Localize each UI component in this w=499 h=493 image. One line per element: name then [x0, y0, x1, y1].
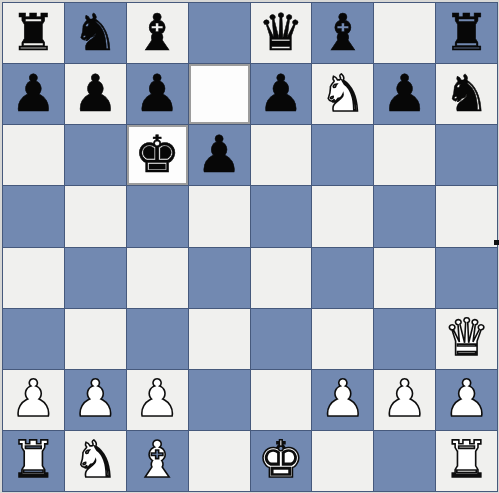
- piece-black-pawn[interactable]: ♟: [11, 68, 57, 119]
- square-f3[interactable]: [312, 309, 373, 369]
- piece-white-knight[interactable]: ♞: [320, 68, 366, 119]
- square-b1[interactable]: ♞: [65, 431, 126, 491]
- square-h8[interactable]: ♜: [436, 3, 497, 63]
- piece-white-pawn[interactable]: ♟: [444, 373, 490, 424]
- square-c2[interactable]: ♟: [127, 370, 188, 430]
- square-e6[interactable]: [251, 125, 312, 185]
- square-f5[interactable]: [312, 186, 373, 246]
- square-h4[interactable]: [436, 248, 497, 308]
- cursor-dot: [494, 240, 499, 245]
- piece-white-queen[interactable]: ♛: [444, 312, 490, 363]
- piece-black-pawn[interactable]: ♟: [134, 68, 180, 119]
- piece-black-bishop[interactable]: ♝: [134, 7, 180, 58]
- square-b3[interactable]: [65, 309, 126, 369]
- square-e3[interactable]: [251, 309, 312, 369]
- piece-white-pawn[interactable]: ♟: [72, 373, 118, 424]
- square-e4[interactable]: [251, 248, 312, 308]
- piece-black-rook[interactable]: ♜: [444, 7, 490, 58]
- piece-black-pawn[interactable]: ♟: [258, 68, 304, 119]
- square-a8[interactable]: ♜: [3, 3, 64, 63]
- piece-black-knight[interactable]: ♞: [72, 7, 118, 58]
- square-d3[interactable]: [189, 309, 250, 369]
- square-c5[interactable]: [127, 186, 188, 246]
- square-d5[interactable]: [189, 186, 250, 246]
- piece-black-king[interactable]: ♚: [134, 129, 180, 180]
- piece-black-rook[interactable]: ♜: [11, 7, 57, 58]
- square-e5[interactable]: [251, 186, 312, 246]
- piece-white-pawn[interactable]: ♟: [11, 373, 57, 424]
- square-a5[interactable]: [3, 186, 64, 246]
- piece-white-pawn[interactable]: ♟: [134, 373, 180, 424]
- square-g4[interactable]: [374, 248, 435, 308]
- piece-white-pawn[interactable]: ♟: [382, 373, 428, 424]
- square-a6[interactable]: [3, 125, 64, 185]
- square-c6[interactable]: ♚: [127, 125, 188, 185]
- piece-black-bishop[interactable]: ♝: [320, 7, 366, 58]
- square-h5[interactable]: [436, 186, 497, 246]
- piece-white-pawn[interactable]: ♟: [320, 373, 366, 424]
- square-d7[interactable]: [189, 64, 250, 124]
- board-frame: ♜♞♝♛♝♜♟♟♟♟♞♟♞♚♟♛♟♟♟♟♟♟♜♞♝♚♜: [0, 0, 499, 493]
- piece-white-knight[interactable]: ♞: [72, 434, 118, 485]
- piece-white-rook[interactable]: ♜: [11, 434, 57, 485]
- square-e2[interactable]: [251, 370, 312, 430]
- square-g2[interactable]: ♟: [374, 370, 435, 430]
- square-e8[interactable]: ♛: [251, 3, 312, 63]
- square-a1[interactable]: ♜: [3, 431, 64, 491]
- square-a7[interactable]: ♟: [3, 64, 64, 124]
- square-b7[interactable]: ♟: [65, 64, 126, 124]
- square-g5[interactable]: [374, 186, 435, 246]
- piece-black-knight[interactable]: ♞: [444, 68, 490, 119]
- square-h6[interactable]: [436, 125, 497, 185]
- square-g1[interactable]: [374, 431, 435, 491]
- square-f8[interactable]: ♝: [312, 3, 373, 63]
- square-e1[interactable]: ♚: [251, 431, 312, 491]
- square-f2[interactable]: ♟: [312, 370, 373, 430]
- square-c7[interactable]: ♟: [127, 64, 188, 124]
- square-a3[interactable]: [3, 309, 64, 369]
- square-h3[interactable]: ♛: [436, 309, 497, 369]
- square-h2[interactable]: ♟: [436, 370, 497, 430]
- square-a4[interactable]: [3, 248, 64, 308]
- piece-white-king[interactable]: ♚: [258, 434, 304, 485]
- piece-white-bishop[interactable]: ♝: [134, 434, 180, 485]
- square-f4[interactable]: [312, 248, 373, 308]
- square-h1[interactable]: ♜: [436, 431, 497, 491]
- square-b2[interactable]: ♟: [65, 370, 126, 430]
- square-a2[interactable]: ♟: [3, 370, 64, 430]
- square-b4[interactable]: [65, 248, 126, 308]
- chess-board: ♜♞♝♛♝♜♟♟♟♟♞♟♞♚♟♛♟♟♟♟♟♟♜♞♝♚♜: [2, 2, 498, 492]
- square-c1[interactable]: ♝: [127, 431, 188, 491]
- square-h7[interactable]: ♞: [436, 64, 497, 124]
- piece-black-queen[interactable]: ♛: [258, 7, 304, 58]
- square-e7[interactable]: ♟: [251, 64, 312, 124]
- square-g7[interactable]: ♟: [374, 64, 435, 124]
- square-d6[interactable]: ♟: [189, 125, 250, 185]
- square-d1[interactable]: [189, 431, 250, 491]
- piece-black-pawn[interactable]: ♟: [72, 68, 118, 119]
- piece-white-rook[interactable]: ♜: [444, 434, 490, 485]
- square-f1[interactable]: [312, 431, 373, 491]
- square-d2[interactable]: [189, 370, 250, 430]
- square-d8[interactable]: [189, 3, 250, 63]
- square-f7[interactable]: ♞: [312, 64, 373, 124]
- piece-black-pawn[interactable]: ♟: [196, 129, 242, 180]
- square-c8[interactable]: ♝: [127, 3, 188, 63]
- square-g3[interactable]: [374, 309, 435, 369]
- square-g8[interactable]: [374, 3, 435, 63]
- square-c3[interactable]: [127, 309, 188, 369]
- square-c4[interactable]: [127, 248, 188, 308]
- square-g6[interactable]: [374, 125, 435, 185]
- square-b6[interactable]: [65, 125, 126, 185]
- square-f6[interactable]: [312, 125, 373, 185]
- square-d4[interactable]: [189, 248, 250, 308]
- square-b8[interactable]: ♞: [65, 3, 126, 63]
- piece-black-pawn[interactable]: ♟: [382, 68, 428, 119]
- square-b5[interactable]: [65, 186, 126, 246]
